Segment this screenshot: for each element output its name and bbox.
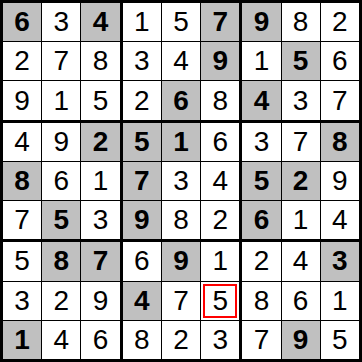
cell-r6c5[interactable]: 8 — [162, 201, 200, 239]
cell-r4c5[interactable]: 1 — [162, 123, 200, 161]
cell-r4c3[interactable]: 2 — [81, 123, 119, 161]
cell-r9c3[interactable]: 6 — [81, 321, 119, 359]
cell-r7c3[interactable]: 7 — [81, 242, 119, 280]
cell-r8c5[interactable]: 7 — [162, 282, 200, 320]
cell-r3c9[interactable]: 7 — [321, 81, 359, 119]
cell-r6c3[interactable]: 3 — [81, 201, 119, 239]
cell-r9c2[interactable]: 4 — [42, 321, 80, 359]
sudoku-box-1: 634278915 — [3, 3, 120, 120]
cell-r6c9[interactable]: 4 — [321, 201, 359, 239]
cell-r6c7[interactable]: 6 — [242, 201, 280, 239]
cell-r2c1[interactable]: 2 — [3, 42, 41, 80]
cell-r2c2[interactable]: 7 — [42, 42, 80, 80]
cell-r9c6[interactable]: 3 — [201, 321, 239, 359]
cell-r1c6[interactable]: 7 — [201, 3, 239, 41]
cell-r1c4[interactable]: 1 — [123, 3, 161, 41]
cell-r8c7[interactable]: 8 — [242, 282, 280, 320]
cell-r6c6[interactable]: 2 — [201, 201, 239, 239]
cell-r9c7[interactable]: 7 — [242, 321, 280, 359]
cell-r7c7[interactable]: 2 — [242, 242, 280, 280]
cell-r6c2[interactable]: 5 — [42, 201, 80, 239]
cell-r9c4[interactable]: 8 — [123, 321, 161, 359]
cell-r2c7[interactable]: 1 — [242, 42, 280, 80]
cell-r4c1[interactable]: 4 — [3, 123, 41, 161]
sudoku-box-9: 243861795 — [242, 242, 359, 359]
sudoku-box-2: 157349268 — [123, 3, 240, 120]
sudoku-box-7: 587329146 — [3, 242, 120, 359]
cell-r5c5[interactable]: 3 — [162, 162, 200, 200]
cell-r7c6[interactable]: 1 — [201, 242, 239, 280]
cell-r8c4[interactable]: 4 — [123, 282, 161, 320]
cell-r5c2[interactable]: 6 — [42, 162, 80, 200]
cell-r7c9[interactable]: 3 — [321, 242, 359, 280]
cell-r7c4[interactable]: 6 — [123, 242, 161, 280]
cell-r1c5[interactable]: 5 — [162, 3, 200, 41]
cell-r4c8[interactable]: 7 — [282, 123, 320, 161]
cell-r1c2[interactable]: 3 — [42, 3, 80, 41]
cell-r5c7[interactable]: 5 — [242, 162, 280, 200]
cell-r8c1[interactable]: 3 — [3, 282, 41, 320]
sudoku-box-3: 982156437 — [242, 3, 359, 120]
cell-r8c8[interactable]: 6 — [282, 282, 320, 320]
cell-r1c9[interactable]: 2 — [321, 3, 359, 41]
cell-r2c9[interactable]: 6 — [321, 42, 359, 80]
sudoku-board: 6342789151573492689821564374928617535167… — [0, 0, 362, 362]
cell-r7c2[interactable]: 8 — [42, 242, 80, 280]
cell-r9c8[interactable]: 9 — [282, 321, 320, 359]
cell-r6c1[interactable]: 7 — [3, 201, 41, 239]
cell-r3c6[interactable]: 8 — [201, 81, 239, 119]
cell-r4c2[interactable]: 9 — [42, 123, 80, 161]
cell-r1c1[interactable]: 6 — [3, 3, 41, 41]
sudoku-box-6: 378529614 — [242, 123, 359, 240]
cell-r5c9[interactable]: 9 — [321, 162, 359, 200]
sudoku-box-4: 492861753 — [3, 123, 120, 240]
cell-r3c7[interactable]: 4 — [242, 81, 280, 119]
cell-r2c3[interactable]: 8 — [81, 42, 119, 80]
cell-r8c2[interactable]: 2 — [42, 282, 80, 320]
cell-r4c9[interactable]: 8 — [321, 123, 359, 161]
cell-r1c3[interactable]: 4 — [81, 3, 119, 41]
cell-r9c1[interactable]: 1 — [3, 321, 41, 359]
sudoku-box-8: 691475823 — [123, 242, 240, 359]
cell-r4c6[interactable]: 6 — [201, 123, 239, 161]
cell-r3c3[interactable]: 5 — [81, 81, 119, 119]
cell-r3c4[interactable]: 2 — [123, 81, 161, 119]
cell-r2c5[interactable]: 4 — [162, 42, 200, 80]
sudoku-box-5: 516734982 — [123, 123, 240, 240]
cell-r3c8[interactable]: 3 — [282, 81, 320, 119]
cell-r3c2[interactable]: 1 — [42, 81, 80, 119]
cell-r7c8[interactable]: 4 — [282, 242, 320, 280]
cell-r8c6[interactable]: 5 — [201, 282, 239, 320]
cell-r3c5[interactable]: 6 — [162, 81, 200, 119]
cell-r1c8[interactable]: 8 — [282, 3, 320, 41]
cell-r5c1[interactable]: 8 — [3, 162, 41, 200]
cell-r9c9[interactable]: 5 — [321, 321, 359, 359]
cell-r3c1[interactable]: 9 — [3, 81, 41, 119]
cell-r9c5[interactable]: 2 — [162, 321, 200, 359]
cell-r6c8[interactable]: 1 — [282, 201, 320, 239]
cell-r2c8[interactable]: 5 — [282, 42, 320, 80]
cell-r8c3[interactable]: 9 — [81, 282, 119, 320]
cell-r7c1[interactable]: 5 — [3, 242, 41, 280]
cell-r1c7[interactable]: 9 — [242, 3, 280, 41]
cell-r2c6[interactable]: 9 — [201, 42, 239, 80]
cell-r4c7[interactable]: 3 — [242, 123, 280, 161]
cell-r5c4[interactable]: 7 — [123, 162, 161, 200]
cell-r7c5[interactable]: 9 — [162, 242, 200, 280]
cell-r5c8[interactable]: 2 — [282, 162, 320, 200]
cell-r5c3[interactable]: 1 — [81, 162, 119, 200]
cell-r5c6[interactable]: 4 — [201, 162, 239, 200]
cell-r6c4[interactable]: 9 — [123, 201, 161, 239]
cell-r2c4[interactable]: 3 — [123, 42, 161, 80]
cell-r8c9[interactable]: 1 — [321, 282, 359, 320]
cell-r4c4[interactable]: 5 — [123, 123, 161, 161]
